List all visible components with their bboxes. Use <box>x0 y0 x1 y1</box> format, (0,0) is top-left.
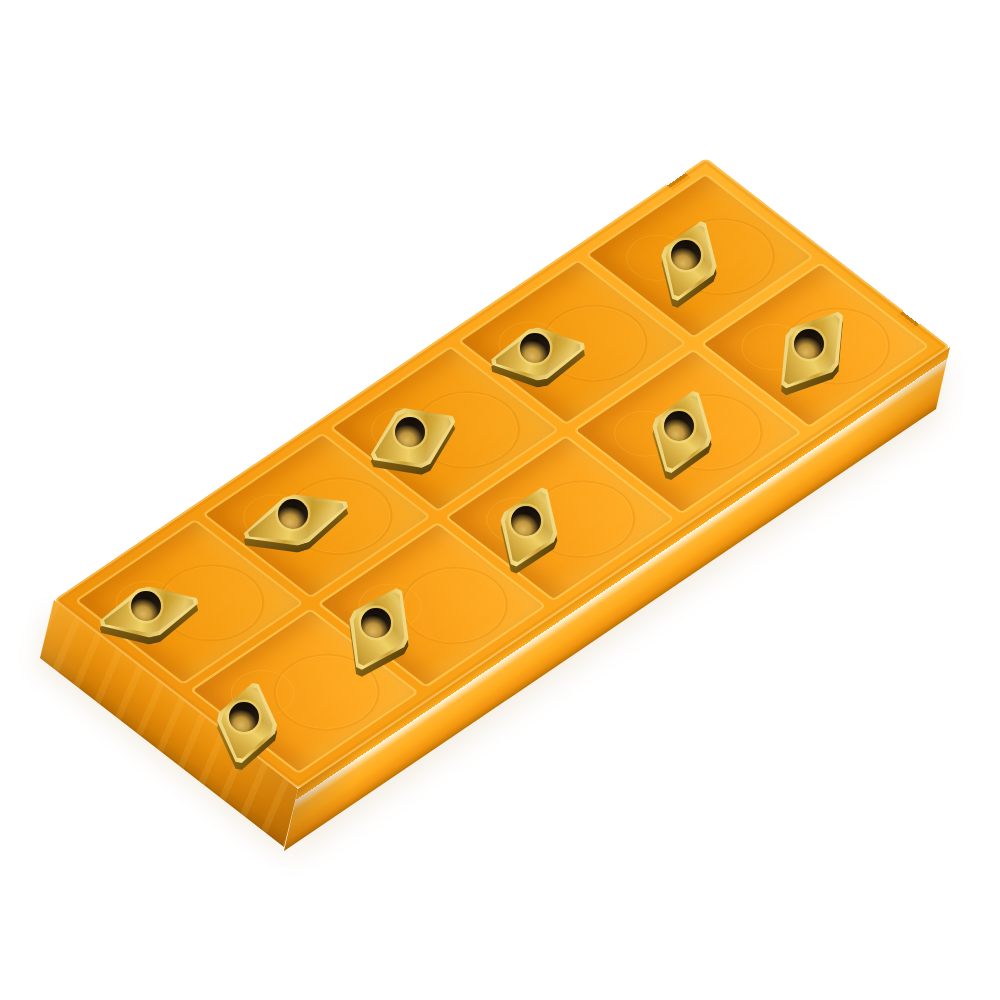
product-photo-stage <box>0 0 1000 1000</box>
insert-center-hole <box>131 591 161 621</box>
insert-center-hole <box>395 417 425 447</box>
insert-center-hole <box>794 329 824 359</box>
insert-center-hole <box>278 499 308 529</box>
insert-center-hole <box>511 506 541 536</box>
insert-center-hole <box>361 608 391 638</box>
insert-center-hole <box>520 333 550 363</box>
insert-center-hole <box>664 411 694 441</box>
inserts-layer <box>0 0 1000 1000</box>
insert-center-hole <box>229 702 259 732</box>
insert-center-hole <box>671 240 701 270</box>
